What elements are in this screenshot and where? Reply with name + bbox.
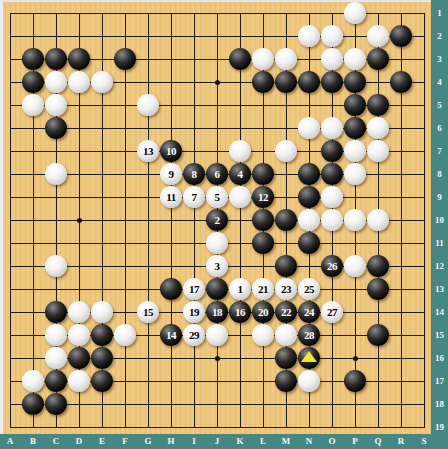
white-stone <box>344 209 366 231</box>
star-point <box>77 218 82 223</box>
row-label-9: 9 <box>431 192 448 202</box>
column-label-F: F <box>119 436 131 446</box>
black-stone <box>344 370 366 392</box>
white-stone-move-1: 1 <box>229 278 251 300</box>
white-stone-move-29: 29 <box>183 324 205 346</box>
white-stone <box>344 163 366 185</box>
column-label-E: E <box>96 436 108 446</box>
black-stone <box>344 117 366 139</box>
white-stone-move-27: 27 <box>321 301 343 323</box>
white-stone <box>68 324 90 346</box>
black-stone <box>68 48 90 70</box>
black-stone-move-8: 8 <box>183 163 205 185</box>
black-stone <box>275 209 297 231</box>
row-label-4: 4 <box>431 77 448 87</box>
black-stone <box>367 48 389 70</box>
row-label-6: 6 <box>431 123 448 133</box>
white-stone-move-7: 7 <box>183 186 205 208</box>
black-stone <box>45 117 67 139</box>
black-stone <box>367 324 389 346</box>
black-stone-move-10: 10 <box>160 140 182 162</box>
white-stone <box>321 209 343 231</box>
black-stone <box>229 48 251 70</box>
black-stone <box>298 232 320 254</box>
star-point <box>353 356 358 361</box>
black-stone <box>298 186 320 208</box>
white-stone <box>45 255 67 277</box>
column-label-H: H <box>165 436 177 446</box>
white-stone <box>321 25 343 47</box>
black-stone <box>252 71 274 93</box>
white-stone <box>45 94 67 116</box>
row-coordinate-bar: 12345678910111213141516171819 <box>431 0 448 449</box>
black-stone <box>344 94 366 116</box>
white-stone-move-17: 17 <box>183 278 205 300</box>
white-stone <box>321 117 343 139</box>
black-stone <box>344 71 366 93</box>
star-point <box>215 80 220 85</box>
black-stone <box>45 48 67 70</box>
white-stone <box>22 370 44 392</box>
black-stone <box>160 278 182 300</box>
column-label-B: B <box>27 436 39 446</box>
white-stone <box>344 2 366 24</box>
row-label-12: 12 <box>431 261 448 271</box>
triangle-marker <box>301 351 317 362</box>
black-stone <box>206 278 228 300</box>
black-stone <box>252 232 274 254</box>
white-stone <box>45 163 67 185</box>
black-stone-move-16: 16 <box>229 301 251 323</box>
white-stone <box>367 25 389 47</box>
black-stone-move-22: 22 <box>275 301 297 323</box>
white-stone <box>45 347 67 369</box>
column-label-S: S <box>418 436 430 446</box>
black-stone <box>45 370 67 392</box>
grid-line-horizontal <box>10 404 425 405</box>
row-label-3: 3 <box>431 54 448 64</box>
black-stone <box>275 347 297 369</box>
white-stone-move-25: 25 <box>298 278 320 300</box>
column-label-D: D <box>73 436 85 446</box>
row-label-5: 5 <box>431 100 448 110</box>
white-stone <box>229 140 251 162</box>
go-board[interactable]: 1310986411751223261712123251519181620222… <box>0 0 448 449</box>
white-stone <box>252 324 274 346</box>
black-stone <box>298 71 320 93</box>
white-stone <box>68 71 90 93</box>
column-label-O: O <box>326 436 338 446</box>
black-stone <box>275 255 297 277</box>
black-stone <box>367 255 389 277</box>
black-stone <box>390 71 412 93</box>
white-stone-move-5: 5 <box>206 186 228 208</box>
row-label-15: 15 <box>431 330 448 340</box>
white-stone <box>321 48 343 70</box>
row-label-8: 8 <box>431 169 448 179</box>
white-stone <box>298 117 320 139</box>
black-stone <box>321 71 343 93</box>
row-label-19: 19 <box>431 422 448 432</box>
black-stone-move-18: 18 <box>206 301 228 323</box>
window-edge-top <box>0 0 448 2</box>
white-stone-move-11: 11 <box>160 186 182 208</box>
white-stone <box>229 186 251 208</box>
white-stone-move-13: 13 <box>137 140 159 162</box>
white-stone <box>45 324 67 346</box>
white-stone <box>22 94 44 116</box>
grid-line-vertical <box>240 13 241 428</box>
star-point <box>215 356 220 361</box>
row-label-10: 10 <box>431 215 448 225</box>
white-stone <box>367 140 389 162</box>
white-stone-move-15: 15 <box>137 301 159 323</box>
white-stone-move-19: 19 <box>183 301 205 323</box>
white-stone <box>252 48 274 70</box>
window-edge-left <box>0 0 3 449</box>
black-stone-move-28: 28 <box>298 324 320 346</box>
black-stone <box>275 370 297 392</box>
white-stone <box>68 301 90 323</box>
white-stone <box>344 48 366 70</box>
column-label-A: A <box>4 436 16 446</box>
column-label-I: I <box>188 436 200 446</box>
row-label-16: 16 <box>431 353 448 363</box>
white-stone <box>344 255 366 277</box>
white-stone <box>91 301 113 323</box>
column-label-C: C <box>50 436 62 446</box>
white-stone <box>275 324 297 346</box>
white-stone <box>206 324 228 346</box>
black-stone <box>321 163 343 185</box>
black-stone <box>114 48 136 70</box>
black-stone <box>91 370 113 392</box>
white-stone <box>321 186 343 208</box>
white-stone <box>68 370 90 392</box>
column-label-P: P <box>349 436 361 446</box>
column-label-M: M <box>280 436 292 446</box>
white-stone <box>344 140 366 162</box>
grid-line-horizontal <box>10 427 425 428</box>
white-stone <box>275 48 297 70</box>
black-stone <box>22 48 44 70</box>
white-stone <box>367 117 389 139</box>
white-stone <box>298 209 320 231</box>
black-stone-move-26: 26 <box>321 255 343 277</box>
black-stone <box>298 163 320 185</box>
white-stone <box>298 370 320 392</box>
column-label-G: G <box>142 436 154 446</box>
white-stone <box>137 94 159 116</box>
column-label-J: J <box>211 436 223 446</box>
white-stone <box>298 25 320 47</box>
column-label-Q: Q <box>372 436 384 446</box>
white-stone <box>275 140 297 162</box>
go-app-window: 1310986411751223261712123251519181620222… <box>0 0 448 449</box>
row-label-2: 2 <box>431 31 448 41</box>
white-stone <box>114 324 136 346</box>
black-stone-move-24: 24 <box>298 301 320 323</box>
black-stone <box>390 25 412 47</box>
column-label-R: R <box>395 436 407 446</box>
black-stone <box>22 71 44 93</box>
black-stone-move-6: 6 <box>206 163 228 185</box>
row-label-14: 14 <box>431 307 448 317</box>
row-label-1: 1 <box>431 8 448 18</box>
black-stone-move-4: 4 <box>229 163 251 185</box>
white-stone-move-21: 21 <box>252 278 274 300</box>
black-stone <box>91 347 113 369</box>
black-stone <box>367 278 389 300</box>
column-label-N: N <box>303 436 315 446</box>
column-label-K: K <box>234 436 246 446</box>
black-stone <box>45 301 67 323</box>
black-stone <box>252 209 274 231</box>
white-stone <box>45 71 67 93</box>
white-stone <box>367 209 389 231</box>
white-stone-move-23: 23 <box>275 278 297 300</box>
black-stone-move-12: 12 <box>252 186 274 208</box>
row-label-7: 7 <box>431 146 448 156</box>
row-label-11: 11 <box>431 238 448 248</box>
black-stone <box>22 393 44 415</box>
row-label-18: 18 <box>431 399 448 409</box>
white-stone <box>206 232 228 254</box>
black-stone <box>321 140 343 162</box>
black-stone-move-20: 20 <box>252 301 274 323</box>
column-label-L: L <box>257 436 269 446</box>
white-stone-move-3: 3 <box>206 255 228 277</box>
black-stone-move-14: 14 <box>160 324 182 346</box>
black-stone-move-2: 2 <box>206 209 228 231</box>
white-stone <box>91 71 113 93</box>
black-stone <box>45 393 67 415</box>
white-stone-move-9: 9 <box>160 163 182 185</box>
black-stone <box>91 324 113 346</box>
black-stone <box>275 71 297 93</box>
grid-line-vertical <box>424 13 425 428</box>
row-label-17: 17 <box>431 376 448 386</box>
black-stone <box>68 347 90 369</box>
black-stone <box>252 163 274 185</box>
row-label-13: 13 <box>431 284 448 294</box>
black-stone <box>367 94 389 116</box>
column-coordinate-bar: ABCDEFGHIJKLMNOPQRS <box>0 434 448 449</box>
